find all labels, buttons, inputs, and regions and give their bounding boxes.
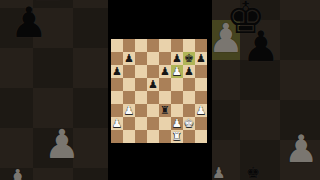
black-pawn: ♟ <box>123 52 135 65</box>
square-b3[interactable]: ♟ <box>123 104 135 117</box>
square-b5[interactable] <box>123 78 135 91</box>
square-c8[interactable] <box>135 39 147 52</box>
square-h4[interactable] <box>195 91 207 104</box>
square-f5[interactable] <box>171 78 183 91</box>
white-rook: ♜ <box>171 130 183 143</box>
square-c7[interactable] <box>135 52 147 65</box>
square-f2[interactable]: ♟ <box>171 117 183 130</box>
square-b4[interactable] <box>123 91 135 104</box>
square-b8[interactable] <box>123 39 135 52</box>
square-g6[interactable]: ♟ <box>183 65 195 78</box>
square-c6[interactable] <box>135 65 147 78</box>
square-d5[interactable]: ♟ <box>147 78 159 91</box>
square-g1[interactable] <box>183 130 195 143</box>
dim-overlay <box>0 0 108 180</box>
white-pawn: ♟ <box>123 104 135 117</box>
square-a3[interactable] <box>111 104 123 117</box>
square-h8[interactable] <box>195 39 207 52</box>
square-d3[interactable] <box>147 104 159 117</box>
background-left-panel: ♟♟♟♟ <box>0 0 108 180</box>
square-f3[interactable] <box>171 104 183 117</box>
black-pawn: ♟ <box>159 65 171 78</box>
square-d7[interactable] <box>147 52 159 65</box>
square-b7[interactable]: ♟ <box>123 52 135 65</box>
square-e7[interactable] <box>159 52 171 65</box>
square-f8[interactable] <box>171 39 183 52</box>
square-g8[interactable] <box>183 39 195 52</box>
square-g7[interactable]: ♚ <box>183 52 195 65</box>
square-e6[interactable]: ♟ <box>159 65 171 78</box>
square-h1[interactable] <box>195 130 207 143</box>
black-king: ♚ <box>183 52 195 65</box>
square-f7[interactable]: ♟ <box>171 52 183 65</box>
square-e3[interactable]: ♜ <box>159 104 171 117</box>
square-h7[interactable]: ♟ <box>195 52 207 65</box>
black-pawn: ♟ <box>195 52 207 65</box>
chess-board: ♟♟♚♟♟♟♟♟♟♟♜♟♟♟♚♜ <box>111 39 207 143</box>
square-g2[interactable]: ♚ <box>183 117 195 130</box>
black-pawn: ♟ <box>171 52 183 65</box>
white-pawn: ♟ <box>171 65 183 78</box>
square-d1[interactable] <box>147 130 159 143</box>
square-a5[interactable] <box>111 78 123 91</box>
square-e1[interactable] <box>159 130 171 143</box>
square-c1[interactable] <box>135 130 147 143</box>
square-g4[interactable] <box>183 91 195 104</box>
square-h3[interactable]: ♟ <box>195 104 207 117</box>
square-a6[interactable]: ♟ <box>111 65 123 78</box>
black-rook: ♜ <box>159 104 171 117</box>
square-h6[interactable] <box>195 65 207 78</box>
square-c3[interactable] <box>135 104 147 117</box>
dim-overlay <box>212 0 320 180</box>
video-frame: ♟♟♟♟ ♟♟♚♟♟♟♟♟♟♟♜♟♟♟♚♜ ♚♟♟♟♟♚ <box>0 0 320 180</box>
square-a1[interactable] <box>111 130 123 143</box>
black-pawn: ♟ <box>183 65 195 78</box>
square-a2[interactable]: ♟ <box>111 117 123 130</box>
background-right-panel: ♚♟♟♟♟♚ <box>212 0 320 180</box>
square-f6[interactable]: ♟ <box>171 65 183 78</box>
video-center-column: ♟♟♚♟♟♟♟♟♟♟♜♟♟♟♚♜ <box>108 0 212 180</box>
square-a4[interactable] <box>111 91 123 104</box>
square-d6[interactable] <box>147 65 159 78</box>
square-h5[interactable] <box>195 78 207 91</box>
square-c5[interactable] <box>135 78 147 91</box>
square-d8[interactable] <box>147 39 159 52</box>
black-pawn: ♟ <box>147 78 159 91</box>
square-c4[interactable] <box>135 91 147 104</box>
white-pawn: ♟ <box>171 117 183 130</box>
square-f1[interactable]: ♜ <box>171 130 183 143</box>
square-e5[interactable] <box>159 78 171 91</box>
black-pawn: ♟ <box>111 65 123 78</box>
square-d4[interactable] <box>147 91 159 104</box>
square-b1[interactable] <box>123 130 135 143</box>
square-f4[interactable] <box>171 91 183 104</box>
square-e4[interactable] <box>159 91 171 104</box>
white-king: ♚ <box>183 117 195 130</box>
white-pawn: ♟ <box>111 117 123 130</box>
square-d2[interactable] <box>147 117 159 130</box>
white-pawn: ♟ <box>195 104 207 117</box>
square-g5[interactable] <box>183 78 195 91</box>
square-e8[interactable] <box>159 39 171 52</box>
square-b6[interactable] <box>123 65 135 78</box>
square-b2[interactable] <box>123 117 135 130</box>
square-h2[interactable] <box>195 117 207 130</box>
square-a8[interactable] <box>111 39 123 52</box>
square-c2[interactable] <box>135 117 147 130</box>
square-g3[interactable] <box>183 104 195 117</box>
square-a7[interactable] <box>111 52 123 65</box>
square-e2[interactable] <box>159 117 171 130</box>
